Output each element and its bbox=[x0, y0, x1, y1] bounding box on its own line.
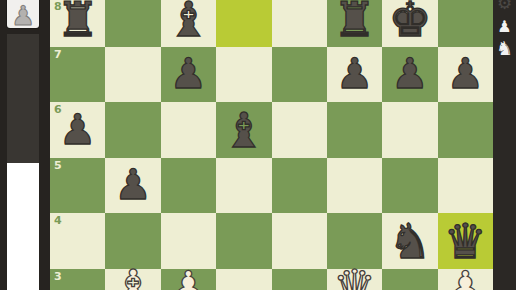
square-g4[interactable]: ♞ bbox=[382, 213, 437, 269]
square-h7[interactable]: ♟ bbox=[438, 47, 493, 103]
square-a8[interactable]: 8♜ bbox=[50, 0, 105, 47]
square-a7[interactable]: 7 bbox=[50, 47, 105, 103]
square-e5[interactable] bbox=[272, 158, 327, 214]
square-h4[interactable]: ♛ bbox=[438, 213, 493, 269]
square-e3[interactable] bbox=[272, 269, 327, 290]
right-sidebar: ⚙ ♟ ♞ bbox=[493, 0, 516, 290]
square-b3[interactable]: ♝ bbox=[105, 269, 160, 290]
piece-black-queen[interactable]: ♛ bbox=[444, 217, 487, 265]
piece-black-pawn[interactable]: ♟ bbox=[170, 53, 208, 95]
square-h8[interactable] bbox=[438, 0, 493, 47]
square-h3[interactable]: ♟ bbox=[438, 269, 493, 290]
square-g7[interactable]: ♟ bbox=[382, 47, 437, 103]
square-e7[interactable] bbox=[272, 47, 327, 103]
square-f6[interactable] bbox=[327, 102, 382, 158]
square-b6[interactable] bbox=[105, 102, 160, 158]
piece-black-rook[interactable]: ♜ bbox=[333, 0, 376, 43]
piece-black-knight[interactable]: ♞ bbox=[388, 217, 431, 265]
square-d7[interactable] bbox=[216, 47, 271, 103]
square-c6[interactable] bbox=[161, 102, 216, 158]
piece-black-king[interactable]: ♚ bbox=[388, 0, 431, 43]
square-d6[interactable]: ♝ bbox=[216, 102, 271, 158]
square-a5[interactable]: 5 bbox=[50, 158, 105, 214]
white-pawn-icon[interactable]: ♟ bbox=[497, 19, 511, 35]
piece-white-bishop[interactable]: ♝ bbox=[112, 263, 155, 290]
square-e6[interactable] bbox=[272, 102, 327, 158]
square-b5[interactable]: ♟ bbox=[105, 158, 160, 214]
square-h5[interactable] bbox=[438, 158, 493, 214]
rank-label-7: 7 bbox=[54, 49, 62, 60]
square-b8[interactable] bbox=[105, 0, 160, 47]
rank-label-3: 3 bbox=[54, 271, 62, 282]
square-f3[interactable]: ♛ bbox=[327, 269, 382, 290]
piece-black-bishop[interactable]: ♝ bbox=[167, 0, 210, 43]
square-c7[interactable]: ♟ bbox=[161, 47, 216, 103]
settings-gear-icon[interactable]: ⚙ bbox=[497, 0, 512, 12]
square-g8[interactable]: ♚ bbox=[382, 0, 437, 47]
piece-black-pawn[interactable]: ♟ bbox=[59, 109, 97, 151]
square-c8[interactable]: ♝ bbox=[161, 0, 216, 47]
square-a6[interactable]: 6♟ bbox=[50, 102, 105, 158]
square-h6[interactable] bbox=[438, 102, 493, 158]
square-d8[interactable] bbox=[216, 0, 271, 47]
piece-black-pawn[interactable]: ♟ bbox=[114, 164, 152, 206]
square-a3[interactable]: 3 bbox=[50, 269, 105, 290]
piece-white-pawn[interactable]: ♟ bbox=[170, 266, 208, 290]
piece-black-pawn[interactable]: ♟ bbox=[336, 53, 374, 95]
square-g5[interactable] bbox=[382, 158, 437, 214]
square-f5[interactable] bbox=[327, 158, 382, 214]
white-knight-icon[interactable]: ♞ bbox=[496, 39, 513, 58]
piece-black-rook[interactable]: ♜ bbox=[56, 0, 99, 43]
square-e4[interactable] bbox=[272, 213, 327, 269]
rank-label-8: 8 bbox=[54, 1, 62, 12]
square-c3[interactable]: ♟ bbox=[161, 269, 216, 290]
square-f8[interactable]: ♜ bbox=[327, 0, 382, 47]
square-f7[interactable]: ♟ bbox=[327, 47, 382, 103]
square-g3[interactable] bbox=[382, 269, 437, 290]
piece-black-pawn[interactable]: ♟ bbox=[391, 53, 429, 95]
square-g6[interactable] bbox=[382, 102, 437, 158]
square-c4[interactable] bbox=[161, 213, 216, 269]
left-panel-dark-area bbox=[7, 34, 39, 163]
square-d4[interactable] bbox=[216, 213, 271, 269]
rank-label-5: 5 bbox=[54, 160, 62, 171]
rank-label-6: 6 bbox=[54, 104, 62, 115]
piece-white-queen[interactable]: ♛ bbox=[333, 263, 376, 290]
piece-black-bishop[interactable]: ♝ bbox=[222, 106, 265, 154]
square-c5[interactable] bbox=[161, 158, 216, 214]
square-b7[interactable] bbox=[105, 47, 160, 103]
white-pawn-icon: ♟ bbox=[11, 2, 35, 28]
piece-select-tile[interactable]: ♟ bbox=[7, 0, 39, 28]
chess-board[interactable]: 8♜♝♜♚7♟♟♟♟6♟♝5♟4♞♛3♝♟♛♟ bbox=[50, 0, 493, 290]
piece-black-pawn[interactable]: ♟ bbox=[446, 53, 484, 95]
square-e8[interactable] bbox=[272, 0, 327, 47]
left-panel-white-area bbox=[7, 163, 39, 290]
square-a4[interactable]: 4 bbox=[50, 213, 105, 269]
piece-white-pawn[interactable]: ♟ bbox=[446, 266, 484, 290]
square-d3[interactable] bbox=[216, 269, 271, 290]
rank-label-4: 4 bbox=[54, 215, 62, 226]
square-d5[interactable] bbox=[216, 158, 271, 214]
left-sidebar: ♟ bbox=[0, 0, 50, 290]
